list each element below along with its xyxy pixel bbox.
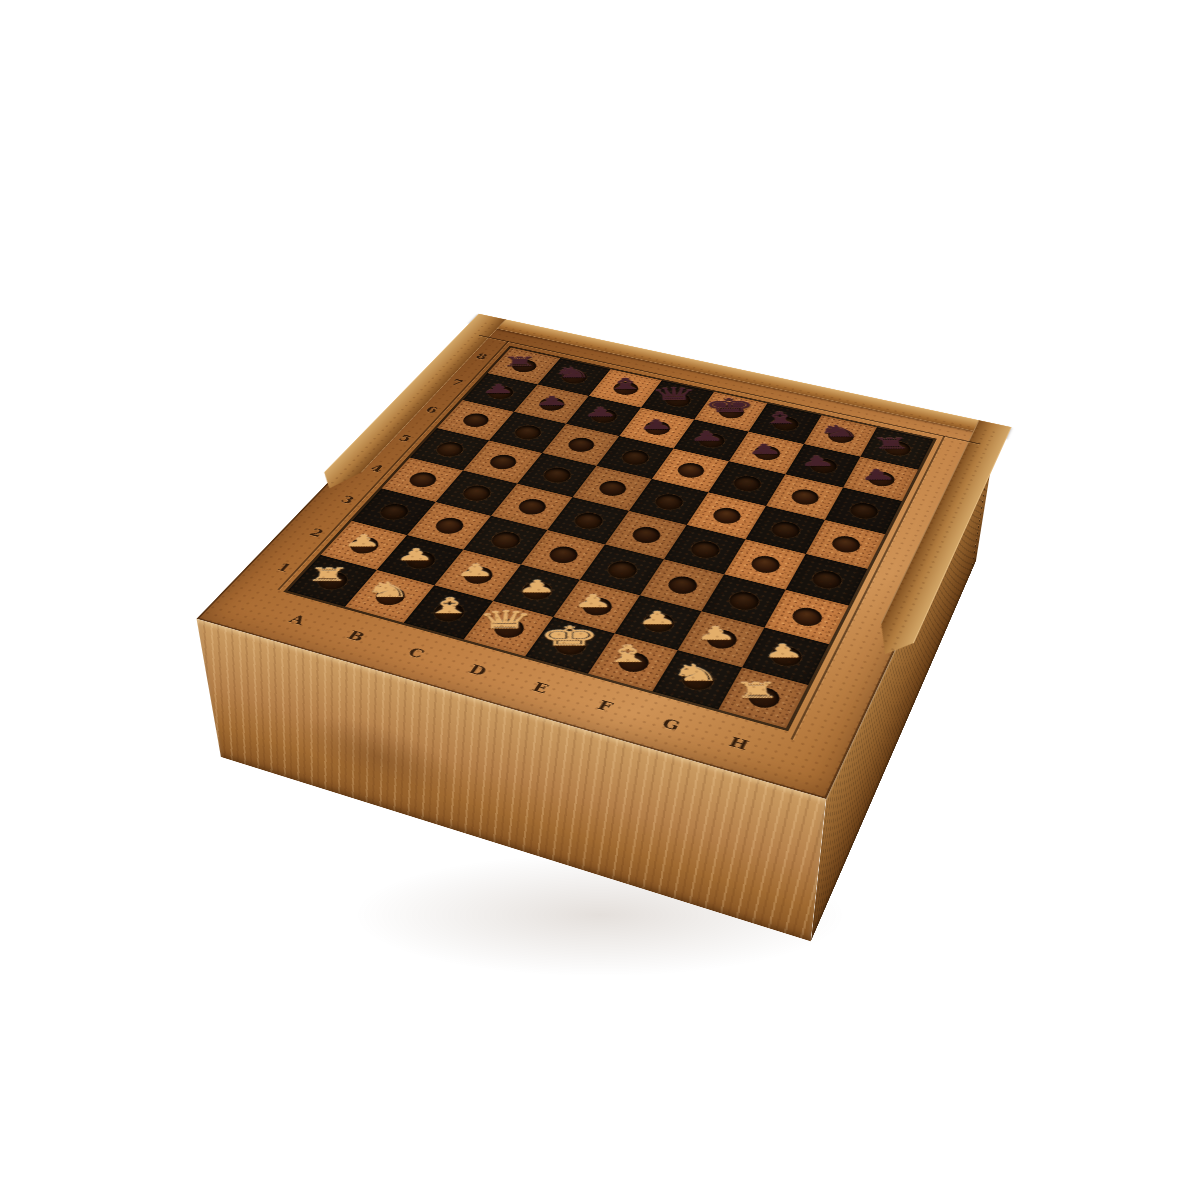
peg-hole xyxy=(518,579,556,602)
square-e3[interactable] xyxy=(580,544,664,595)
peg-hole xyxy=(703,627,741,651)
chess-box: ABCDEFGH87654321 ♜♞♝♛♚♝♞♜♟♟♟♟♟♟♟♟♟♟♟♟♟♟♟… xyxy=(197,321,997,799)
white-king-glyph: ♚ xyxy=(520,579,619,649)
peg-hole xyxy=(459,564,497,586)
square-g2[interactable] xyxy=(678,611,765,667)
square-g3[interactable] xyxy=(702,574,786,627)
peg-hole xyxy=(429,601,468,625)
peg-hole xyxy=(402,549,440,571)
piece-shadow xyxy=(695,626,743,651)
piece-shadow xyxy=(306,568,353,591)
piece-shadow xyxy=(484,615,532,640)
white-bishop-glyph: ♝ xyxy=(400,559,497,617)
square-f1[interactable] xyxy=(588,633,678,691)
piece-shadow xyxy=(366,584,414,608)
white-pawn-glyph: ♟ xyxy=(668,595,766,643)
white-rook-glyph: ♜ xyxy=(279,534,373,583)
file-label-a: A xyxy=(286,612,309,628)
white-queen-glyph: ♛ xyxy=(456,567,554,632)
piece-shadow xyxy=(674,666,723,693)
product-photo: ABCDEFGH87654321 ♜♞♝♛♚♝♞♜♟♟♟♟♟♟♟♟♟♟♟♟♟♟♟… xyxy=(0,0,1200,1200)
piece-shadow xyxy=(342,534,388,556)
square-e2[interactable] xyxy=(553,580,640,634)
peg-hole xyxy=(490,617,529,641)
piece-shadow xyxy=(394,548,440,571)
square-e1[interactable] xyxy=(525,617,615,674)
peg-hole xyxy=(829,534,864,555)
file-label-h: H xyxy=(726,733,752,753)
square-c2[interactable] xyxy=(434,550,521,601)
piece-shadow xyxy=(572,594,619,618)
peg-hole xyxy=(769,520,804,541)
square-g1[interactable] xyxy=(652,650,742,709)
piece-shadow xyxy=(637,610,685,635)
white-knight-glyph: ♞ xyxy=(645,626,746,685)
square-f2[interactable] xyxy=(615,595,702,650)
file-label-g: G xyxy=(659,715,683,734)
square-a1[interactable] xyxy=(288,555,377,607)
white-rook-glyph: ♜ xyxy=(707,648,809,701)
peg-hole xyxy=(726,589,763,612)
square-d1[interactable] xyxy=(464,601,553,656)
peg-hole xyxy=(345,535,383,556)
rank-label-1: 1 xyxy=(274,560,295,574)
file-label-b: B xyxy=(344,628,368,645)
square-h5[interactable] xyxy=(806,520,885,569)
peg-hole xyxy=(678,667,717,693)
peg-hole xyxy=(767,644,805,669)
piece-shadow xyxy=(516,579,563,603)
white-pawn-glyph: ♟ xyxy=(316,504,408,549)
white-pawn-glyph: ♟ xyxy=(545,563,641,610)
peg-hole xyxy=(371,585,410,608)
white-pawn-glyph: ♟ xyxy=(368,517,461,562)
peg-hole xyxy=(545,544,582,566)
peg-hole xyxy=(614,650,653,675)
square-d2[interactable] xyxy=(493,565,580,617)
file-label-d: D xyxy=(466,661,491,678)
peg-hole xyxy=(488,530,525,551)
white-pawn-glyph: ♟ xyxy=(428,533,522,579)
square-g4[interactable] xyxy=(724,539,806,589)
white-bishop-glyph: ♝ xyxy=(578,606,678,666)
peg-hole xyxy=(688,539,724,561)
square-c1[interactable] xyxy=(404,585,493,639)
peg-hole xyxy=(640,611,678,635)
white-knight-glyph: ♞ xyxy=(339,545,435,600)
white-pawn-glyph: ♟ xyxy=(489,549,584,596)
square-b1[interactable] xyxy=(345,570,434,623)
peg-hole xyxy=(313,570,352,593)
peg-hole xyxy=(809,569,845,591)
piece-shadow xyxy=(607,648,656,674)
square-f4[interactable] xyxy=(664,525,746,574)
file-label-c: C xyxy=(405,644,428,661)
peg-hole xyxy=(578,595,616,618)
peg-hole xyxy=(604,559,641,581)
square-h1[interactable] xyxy=(718,667,808,728)
peg-hole xyxy=(748,554,784,576)
peg-hole xyxy=(744,685,783,711)
square-a2[interactable] xyxy=(321,521,407,570)
square-b2[interactable] xyxy=(377,535,464,585)
piece-shadow xyxy=(455,563,502,586)
piece-shadow xyxy=(428,600,476,625)
piece-shadow xyxy=(735,683,785,711)
piece-shadow xyxy=(548,633,597,659)
file-label-f: F xyxy=(594,697,616,714)
peg-hole xyxy=(551,633,590,658)
square-c3[interactable] xyxy=(463,516,547,565)
piece-shadow xyxy=(763,643,811,669)
peg-hole xyxy=(431,515,468,536)
white-pawn-glyph: ♟ xyxy=(609,579,706,627)
peg-hole xyxy=(664,574,701,597)
square-e4[interactable] xyxy=(605,511,687,559)
peg-hole xyxy=(629,525,665,546)
scene: ABCDEFGH87654321 ♜♞♝♛♚♝♞♜♟♟♟♟♟♟♟♟♟♟♟♟♟♟♟… xyxy=(0,0,1200,1200)
white-pawn-glyph: ♟ xyxy=(735,612,835,661)
square-h4[interactable] xyxy=(786,554,868,606)
peg-hole xyxy=(789,605,826,629)
square-h2[interactable] xyxy=(742,628,829,685)
file-label-e: E xyxy=(529,679,552,696)
square-f3[interactable] xyxy=(640,559,724,611)
square-h3[interactable] xyxy=(764,590,848,644)
square-d3[interactable] xyxy=(521,530,605,580)
